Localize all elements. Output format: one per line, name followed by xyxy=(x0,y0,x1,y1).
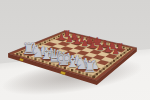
piece-black-pawn: ♟ xyxy=(66,35,74,43)
piece-black-pawn: ♟ xyxy=(73,37,81,45)
piece-white-rook: ♜ xyxy=(83,59,97,75)
piece-black-pawn: ♟ xyxy=(96,43,104,51)
piece-black-pawn: ♟ xyxy=(81,39,89,47)
piece-black-pawn: ♟ xyxy=(112,47,120,55)
pieces-layer: ♜♞♝♛♚♝♞♜♟♟♟♟♟♟♟♟♟♟♟♟♟♟♟♟♜♞♝♛♚♝♞♜ xyxy=(0,0,150,100)
scene: ♜♞♝♛♚♝♞♜♟♟♟♟♟♟♟♟♟♟♟♟♟♟♟♟♜♞♝♛♚♝♞♜ xyxy=(0,0,150,100)
piece-black-pawn: ♟ xyxy=(58,33,66,41)
piece-black-pawn: ♟ xyxy=(104,45,112,53)
piece-black-pawn: ♟ xyxy=(89,41,97,49)
